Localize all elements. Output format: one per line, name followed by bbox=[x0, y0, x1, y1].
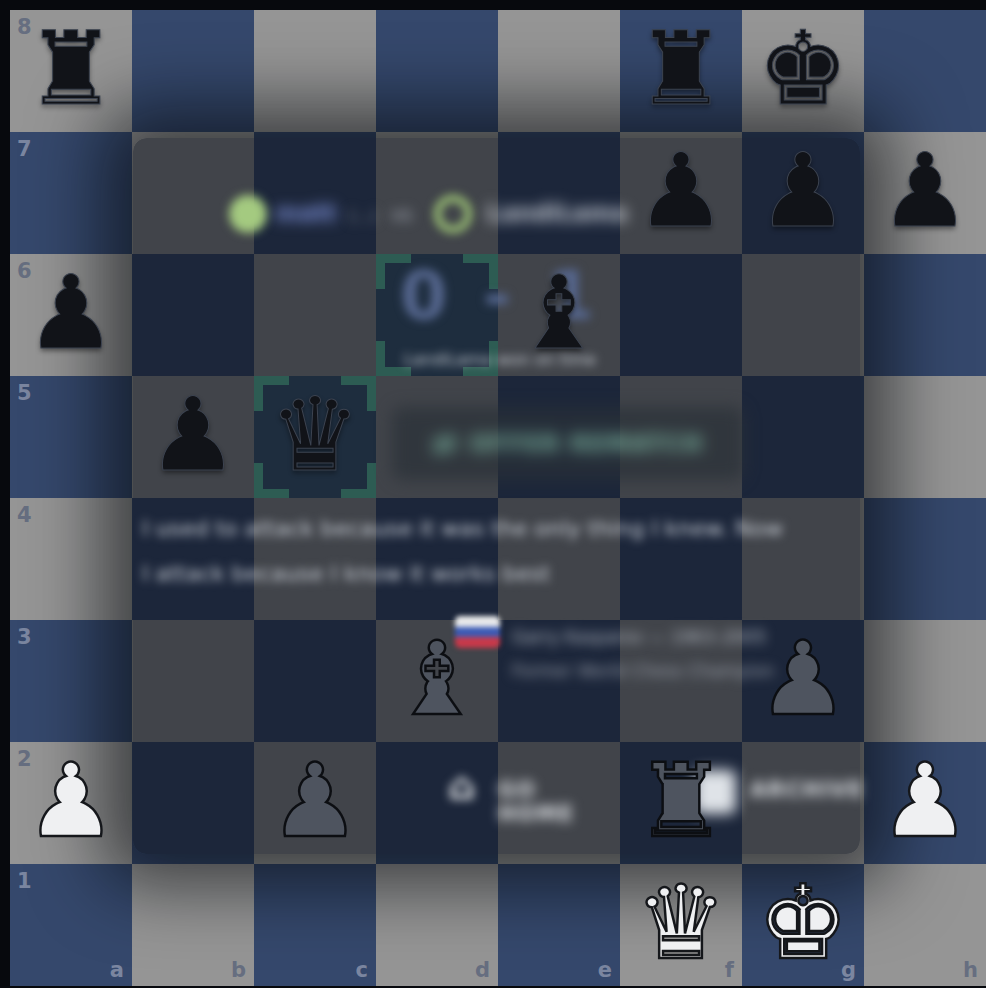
file-label-d: d bbox=[475, 958, 490, 982]
piece-white-bishop-d3[interactable]: ♝ bbox=[376, 620, 498, 742]
player2-name[interactable]: LandiLama bbox=[487, 200, 628, 226]
square-h5[interactable] bbox=[864, 376, 986, 498]
square-d1[interactable]: d bbox=[376, 864, 498, 986]
player1-rating: (…) bbox=[349, 206, 377, 225]
archive-button[interactable]: ARCHIVE bbox=[750, 778, 864, 802]
piece-white-pawn-a2[interactable]: ♟ bbox=[10, 742, 132, 864]
chess-app-screen: 87654321abcdefgh matt (…) vs LandiLama 0… bbox=[0, 0, 986, 988]
piece-black-pawn-h7[interactable]: ♟ bbox=[864, 132, 986, 254]
file-label-e: e bbox=[598, 958, 612, 982]
piece-black-pawn-a6[interactable]: ♟ bbox=[10, 254, 132, 376]
square-h1[interactable]: h bbox=[864, 864, 986, 986]
piece-white-queen-f1[interactable]: ♛ bbox=[620, 864, 742, 986]
square-e8[interactable] bbox=[498, 10, 620, 132]
rank-label-7: 7 bbox=[17, 137, 32, 161]
piece-black-rook-f8[interactable]: ♜ bbox=[620, 10, 742, 132]
player1-avatar[interactable] bbox=[229, 195, 267, 233]
rank-label-5: 5 bbox=[17, 381, 32, 405]
file-label-c: c bbox=[356, 958, 368, 982]
piece-white-pawn-g3[interactable]: ♟ bbox=[742, 620, 864, 742]
square-a5[interactable]: 5 bbox=[10, 376, 132, 498]
file-label-b: b bbox=[231, 958, 246, 982]
square-a7[interactable]: 7 bbox=[10, 132, 132, 254]
player2-avatar[interactable] bbox=[434, 195, 472, 233]
piece-black-king-g8[interactable]: ♚ bbox=[742, 10, 864, 132]
square-h3[interactable] bbox=[864, 620, 986, 742]
home-icon bbox=[448, 764, 475, 808]
piece-black-pawn-b5[interactable]: ♟ bbox=[132, 376, 254, 498]
square-e1[interactable]: e bbox=[498, 864, 620, 986]
quote-author: Garry Kasparov — 1963–2005 bbox=[512, 627, 766, 647]
file-label-a: a bbox=[110, 958, 124, 982]
piece-black-queen-c5[interactable]: ♛ bbox=[254, 376, 376, 498]
square-c1[interactable]: c bbox=[254, 864, 376, 986]
piece-white-pawn-h2[interactable]: ♟ bbox=[864, 742, 986, 864]
square-c8[interactable] bbox=[254, 10, 376, 132]
offer-rematch-label: OFFER REMATCH bbox=[470, 431, 703, 456]
piece-white-rook-f2[interactable]: ♜ bbox=[620, 742, 742, 864]
square-b1[interactable]: b bbox=[132, 864, 254, 986]
player1-name[interactable]: matt bbox=[275, 200, 336, 226]
vs-label: vs bbox=[391, 203, 412, 225]
rank-label-3: 3 bbox=[17, 625, 32, 649]
piece-black-rook-a8[interactable]: ♜ bbox=[10, 10, 132, 132]
quote-author-title: Former World Chess Champion bbox=[512, 661, 774, 681]
piece-white-pawn-c2[interactable]: ♟ bbox=[254, 742, 376, 864]
quote-line-2: I attack because I know it works best bbox=[142, 561, 882, 586]
rank-label-1: 1 bbox=[17, 869, 32, 893]
piece-white-king-g1[interactable]: ♚ bbox=[742, 864, 864, 986]
file-label-h: h bbox=[963, 958, 978, 982]
piece-black-bishop-e6[interactable]: ♝ bbox=[498, 254, 620, 376]
square-d8[interactable] bbox=[376, 10, 498, 132]
piece-black-pawn-g7[interactable]: ♟ bbox=[742, 132, 864, 254]
square-a4[interactable]: 4 bbox=[10, 498, 132, 620]
piece-black-pawn-f7[interactable]: ♟ bbox=[620, 132, 742, 254]
offer-rematch-button[interactable]: OFFER REMATCH bbox=[392, 407, 744, 480]
square-h6[interactable] bbox=[864, 254, 986, 376]
rematch-arrows-icon bbox=[433, 427, 456, 460]
go-home-button[interactable]: GO HOME bbox=[498, 778, 575, 826]
square-h4[interactable] bbox=[864, 498, 986, 620]
square-b8[interactable] bbox=[132, 10, 254, 132]
square-a3[interactable]: 3 bbox=[10, 620, 132, 742]
rank-label-4: 4 bbox=[17, 503, 32, 527]
square-a1[interactable]: 1a bbox=[10, 864, 132, 986]
square-h8[interactable] bbox=[864, 10, 986, 132]
quote-line-1: I used to attack because it was the only… bbox=[142, 516, 882, 541]
